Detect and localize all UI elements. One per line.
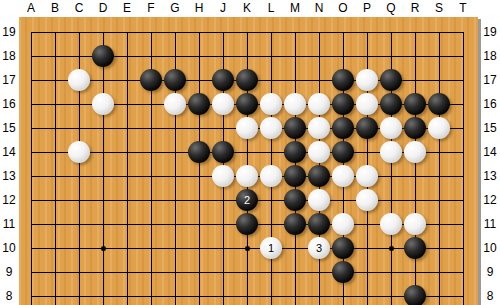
white-stone [236,117,258,139]
black-stone [188,141,210,163]
white-stone [68,141,90,163]
black-stone [308,213,330,235]
grid-line-vertical [463,32,464,305]
white-stone [308,189,330,211]
black-stone [332,237,354,259]
black-stone [284,141,306,163]
stone-move-label: 3 [316,242,322,254]
row-label-left: 8 [6,289,13,303]
black-stone [308,165,330,187]
white-stone [356,69,378,91]
column-label: M [290,1,300,15]
black-stone [140,69,162,91]
black-stone [188,93,210,115]
grid-line-vertical [103,32,104,305]
row-label-left: 12 [2,193,15,207]
grid-line-vertical [127,32,128,305]
white-stone [92,93,114,115]
go-board-view: ABCDEFGHJKLMNOPQRST191918181717161615151… [0,0,500,305]
column-label: N [315,1,324,15]
row-label-left: 10 [2,241,15,255]
white-stone [68,69,90,91]
black-stone [212,69,234,91]
white-stone [332,165,354,187]
column-label: J [220,1,226,15]
board-edge-shadow [478,19,481,305]
white-stone [260,117,282,139]
grid-line-horizontal [31,32,464,33]
white-stone [212,165,234,187]
grid-line-horizontal [31,272,464,273]
white-stone: 3 [308,237,330,259]
white-stone [356,189,378,211]
black-stone [404,117,426,139]
black-stone [236,213,258,235]
black-stone [284,213,306,235]
black-stone [284,165,306,187]
stone-move-label: 1 [268,242,274,254]
row-label-left: 13 [2,169,15,183]
row-label-right: 12 [483,193,496,207]
black-stone [332,117,354,139]
column-label: H [195,1,204,15]
column-label: T [459,1,466,15]
row-label-left: 11 [3,217,15,231]
star-point [245,246,250,251]
black-stone [332,69,354,91]
white-stone [260,93,282,115]
column-label: B [51,1,59,15]
row-label-right: 10 [483,241,496,255]
white-stone [356,93,378,115]
white-stone [380,141,402,163]
white-stone [236,165,258,187]
row-label-left: 9 [6,265,13,279]
column-label: F [147,1,154,15]
black-stone [332,93,354,115]
white-stone [404,141,426,163]
black-stone [236,69,258,91]
column-label: G [170,1,179,15]
grid-line-vertical [439,32,440,305]
row-label-right: 19 [483,25,496,39]
row-label-right: 8 [487,289,494,303]
row-label-left: 18 [2,49,15,63]
white-stone [308,93,330,115]
black-stone [404,237,426,259]
row-label-right: 13 [483,169,496,183]
black-stone [236,93,258,115]
grid-line-horizontal [31,296,464,297]
row-label-right: 11 [484,217,496,231]
column-label: O [338,1,347,15]
white-stone [404,213,426,235]
row-label-right: 17 [483,73,496,87]
white-stone [260,165,282,187]
row-label-right: 15 [483,121,496,135]
white-stone [164,93,186,115]
black-stone [164,69,186,91]
column-label: E [123,1,131,15]
black-stone [284,189,306,211]
white-stone: 1 [260,237,282,259]
black-stone [380,93,402,115]
black-stone [332,141,354,163]
black-stone [212,141,234,163]
star-point [389,246,394,251]
black-stone [92,45,114,67]
grid-line-vertical [31,32,32,305]
grid-line-vertical [415,32,416,305]
star-point [101,246,106,251]
grid-line-vertical [55,32,56,305]
white-stone [380,213,402,235]
black-stone [356,117,378,139]
white-stone [308,117,330,139]
white-stone [212,93,234,115]
column-label: R [411,1,420,15]
column-label: P [363,1,371,15]
white-stone [284,93,306,115]
black-stone [428,93,450,115]
row-label-left: 17 [2,73,15,87]
row-label-right: 14 [483,145,496,159]
white-stone [308,141,330,163]
row-label-right: 9 [487,265,494,279]
row-label-left: 15 [2,121,15,135]
column-label: K [243,1,251,15]
column-label: S [435,1,443,15]
column-label: Q [386,1,395,15]
row-label-right: 16 [483,97,496,111]
row-label-left: 14 [2,145,15,159]
column-label: L [268,1,275,15]
stone-move-label: 2 [244,194,250,206]
black-stone [404,93,426,115]
column-label: C [75,1,84,15]
black-stone [332,261,354,283]
white-stone [332,213,354,235]
black-stone [284,117,306,139]
column-label: D [99,1,108,15]
row-label-right: 18 [483,49,496,63]
black-stone [380,69,402,91]
column-label: A [27,1,35,15]
row-label-left: 16 [2,97,15,111]
white-stone [380,117,402,139]
black-stone: 2 [236,189,258,211]
row-label-left: 19 [2,25,15,39]
grid-line-vertical [199,32,200,305]
black-stone [404,285,426,305]
white-stone [428,117,450,139]
white-stone [356,165,378,187]
